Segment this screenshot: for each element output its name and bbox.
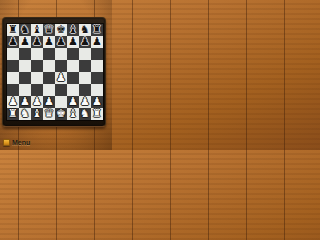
- piece-white-knight: ♞: [80, 108, 90, 120]
- square-a6[interactable]: [7, 48, 19, 60]
- piece-black-pawn: ♟: [92, 36, 102, 48]
- menu-button-label: Menu: [12, 139, 30, 146]
- square-h6[interactable]: [91, 48, 103, 60]
- chess-board: ♜♞♝♛♚♝♞♜♟♟♟♟♟♟♟♟♟♟♟♟♟♟♟♟♜♞♝♛♚♝♞♜: [7, 24, 103, 120]
- square-a2[interactable]: ♟: [7, 96, 19, 108]
- piece-white-pawn: ♟: [44, 96, 54, 108]
- menu-button[interactable]: Menu: [3, 137, 30, 147]
- piece-black-pawn: ♟: [80, 36, 90, 48]
- square-c4[interactable]: [31, 72, 43, 84]
- square-d3[interactable]: [43, 84, 55, 96]
- square-e1[interactable]: ♚: [55, 108, 67, 120]
- piece-white-pawn: ♟: [56, 72, 66, 84]
- square-b6[interactable]: [19, 48, 31, 60]
- square-b7[interactable]: ♟: [19, 36, 31, 48]
- square-c2[interactable]: ♟: [31, 96, 43, 108]
- piece-white-king: ♚: [56, 108, 66, 120]
- square-h4[interactable]: [91, 72, 103, 84]
- square-f7[interactable]: ♟: [67, 36, 79, 48]
- piece-white-rook: ♜: [92, 108, 102, 120]
- square-a1[interactable]: ♜: [7, 108, 19, 120]
- square-f1[interactable]: ♝: [67, 108, 79, 120]
- piece-black-knight: ♞: [20, 24, 30, 36]
- square-h7[interactable]: ♟: [91, 36, 103, 48]
- square-g6[interactable]: [79, 48, 91, 60]
- square-c1[interactable]: ♝: [31, 108, 43, 120]
- square-a8[interactable]: ♜: [7, 24, 19, 36]
- piece-white-pawn: ♟: [68, 96, 78, 108]
- piece-white-pawn: ♟: [32, 96, 42, 108]
- square-c5[interactable]: [31, 60, 43, 72]
- chess-app-screen: { "game": "chess", "position": { "fen": …: [0, 0, 112, 150]
- piece-black-pawn: ♟: [68, 36, 78, 48]
- square-c3[interactable]: [31, 84, 43, 96]
- piece-black-rook: ♜: [92, 24, 102, 36]
- square-f2[interactable]: ♟: [67, 96, 79, 108]
- menu-icon: [3, 139, 10, 146]
- square-a3[interactable]: [7, 84, 19, 96]
- piece-black-bishop: ♝: [68, 24, 78, 36]
- piece-black-bishop: ♝: [32, 24, 42, 36]
- square-f3[interactable]: [67, 84, 79, 96]
- square-b3[interactable]: [19, 84, 31, 96]
- square-e3[interactable]: [55, 84, 67, 96]
- square-b8[interactable]: ♞: [19, 24, 31, 36]
- piece-white-rook: ♜: [8, 108, 18, 120]
- piece-black-pawn: ♟: [44, 36, 54, 48]
- square-e2[interactable]: [55, 96, 67, 108]
- piece-white-pawn: ♟: [20, 96, 30, 108]
- square-e7[interactable]: ♟: [55, 36, 67, 48]
- square-h3[interactable]: [91, 84, 103, 96]
- square-d7[interactable]: ♟: [43, 36, 55, 48]
- square-f4[interactable]: [67, 72, 79, 84]
- square-a4[interactable]: [7, 72, 19, 84]
- piece-white-queen: ♛: [44, 108, 54, 120]
- square-d1[interactable]: ♛: [43, 108, 55, 120]
- square-a5[interactable]: [7, 60, 19, 72]
- square-a7[interactable]: ♟: [7, 36, 19, 48]
- piece-black-pawn: ♟: [20, 36, 30, 48]
- piece-white-bishop: ♝: [32, 108, 42, 120]
- piece-white-pawn: ♟: [92, 96, 102, 108]
- square-e5[interactable]: [55, 60, 67, 72]
- piece-black-knight: ♞: [80, 24, 90, 36]
- piece-black-queen: ♛: [44, 24, 54, 36]
- square-h8[interactable]: ♜: [91, 24, 103, 36]
- square-d5[interactable]: [43, 60, 55, 72]
- square-b2[interactable]: ♟: [19, 96, 31, 108]
- piece-white-pawn: ♟: [8, 96, 18, 108]
- piece-white-pawn: ♟: [80, 96, 90, 108]
- square-h5[interactable]: [91, 60, 103, 72]
- square-f6[interactable]: [67, 48, 79, 60]
- square-h1[interactable]: ♜: [91, 108, 103, 120]
- piece-black-king: ♚: [56, 24, 66, 36]
- square-c8[interactable]: ♝: [31, 24, 43, 36]
- square-g3[interactable]: [79, 84, 91, 96]
- square-b1[interactable]: ♞: [19, 108, 31, 120]
- piece-black-pawn: ♟: [8, 36, 18, 48]
- piece-black-pawn: ♟: [32, 36, 42, 48]
- square-c7[interactable]: ♟: [31, 36, 43, 48]
- piece-white-bishop: ♝: [68, 108, 78, 120]
- piece-white-knight: ♞: [20, 108, 30, 120]
- square-g2[interactable]: ♟: [79, 96, 91, 108]
- piece-black-pawn: ♟: [56, 36, 66, 48]
- square-d6[interactable]: [43, 48, 55, 60]
- square-c6[interactable]: [31, 48, 43, 60]
- square-b4[interactable]: [19, 72, 31, 84]
- piece-black-rook: ♜: [8, 24, 18, 36]
- square-d2[interactable]: ♟: [43, 96, 55, 108]
- square-g5[interactable]: [79, 60, 91, 72]
- square-f5[interactable]: [67, 60, 79, 72]
- chess-board-frame: ♜♞♝♛♚♝♞♜♟♟♟♟♟♟♟♟♟♟♟♟♟♟♟♟♜♞♝♛♚♝♞♜: [2, 17, 106, 127]
- square-e6[interactable]: [55, 48, 67, 60]
- square-g8[interactable]: ♞: [79, 24, 91, 36]
- square-e4[interactable]: ♟: [55, 72, 67, 84]
- square-d8[interactable]: ♛: [43, 24, 55, 36]
- square-g4[interactable]: [79, 72, 91, 84]
- square-h2[interactable]: ♟: [91, 96, 103, 108]
- square-d4[interactable]: [43, 72, 55, 84]
- square-g7[interactable]: ♟: [79, 36, 91, 48]
- square-e8[interactable]: ♚: [55, 24, 67, 36]
- square-b5[interactable]: [19, 60, 31, 72]
- square-g1[interactable]: ♞: [79, 108, 91, 120]
- square-f8[interactable]: ♝: [67, 24, 79, 36]
